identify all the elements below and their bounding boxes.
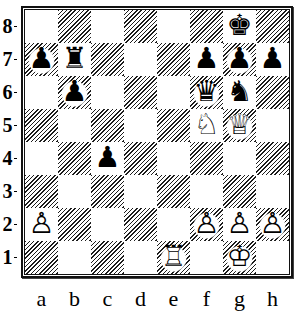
square-d7[interactable]	[124, 43, 157, 76]
piece-white-knight: ♘	[194, 109, 220, 141]
square-d1[interactable]	[124, 241, 157, 274]
square-f3[interactable]	[190, 175, 223, 208]
square-e1[interactable]: ♖	[157, 241, 190, 274]
piece-black-pawn: ♟	[260, 43, 286, 75]
square-c3[interactable]	[91, 175, 124, 208]
square-f5[interactable]: ♘	[190, 109, 223, 142]
rank-label-8: 8	[0, 10, 19, 43]
rank-labels: 87654321	[0, 10, 19, 274]
piece-black-pawn: ♟	[29, 43, 55, 75]
file-label-h: h	[256, 286, 289, 312]
square-e8[interactable]	[157, 10, 190, 43]
square-a4[interactable]	[25, 142, 58, 175]
square-b5[interactable]	[58, 109, 91, 142]
piece-black-pawn: ♟	[62, 76, 88, 108]
rank-label-5: 5	[0, 109, 19, 142]
square-e5[interactable]	[157, 109, 190, 142]
square-e4[interactable]	[157, 142, 190, 175]
square-a3[interactable]	[25, 175, 58, 208]
piece-white-pawn: ♙	[227, 208, 253, 240]
square-f6[interactable]: ♛	[190, 76, 223, 109]
square-c5[interactable]	[91, 109, 124, 142]
square-h1[interactable]	[256, 241, 289, 274]
file-label-g: g	[223, 286, 256, 312]
square-e2[interactable]	[157, 208, 190, 241]
square-g1[interactable]: ♔	[223, 241, 256, 274]
piece-white-king: ♔	[227, 241, 253, 273]
square-f4[interactable]	[190, 142, 223, 175]
rank-label-4: 4	[0, 142, 19, 175]
square-b6[interactable]: ♟	[58, 76, 91, 109]
square-b1[interactable]	[58, 241, 91, 274]
square-g7[interactable]: ♟	[223, 43, 256, 76]
file-label-d: d	[124, 286, 157, 312]
file-label-c: c	[91, 286, 124, 312]
square-c7[interactable]	[91, 43, 124, 76]
square-f7[interactable]: ♟	[190, 43, 223, 76]
square-d2[interactable]	[124, 208, 157, 241]
square-f8[interactable]	[190, 10, 223, 43]
square-d5[interactable]	[124, 109, 157, 142]
square-g5[interactable]: ♕	[223, 109, 256, 142]
square-a6[interactable]	[25, 76, 58, 109]
piece-black-queen: ♛	[194, 76, 220, 108]
piece-black-knight: ♞	[227, 76, 253, 108]
piece-black-rook: ♜	[62, 43, 88, 75]
chess-diagram: 87654321 ♚♟♜♟♟♟♟♛♞♘♕♟♙♙♙♙♖♔ abcdefgh	[0, 0, 305, 320]
square-g6[interactable]: ♞	[223, 76, 256, 109]
square-h2[interactable]: ♙	[256, 208, 289, 241]
square-a2[interactable]: ♙	[25, 208, 58, 241]
rank-label-1: 1	[0, 241, 19, 274]
chess-board-frame: ♚♟♜♟♟♟♟♛♞♘♕♟♙♙♙♙♖♔	[21, 6, 293, 278]
square-g3[interactable]	[223, 175, 256, 208]
square-f1[interactable]	[190, 241, 223, 274]
square-f2[interactable]: ♙	[190, 208, 223, 241]
square-h6[interactable]	[256, 76, 289, 109]
piece-white-pawn: ♙	[260, 208, 286, 240]
square-g2[interactable]: ♙	[223, 208, 256, 241]
square-b3[interactable]	[58, 175, 91, 208]
file-label-a: a	[25, 286, 58, 312]
square-c6[interactable]	[91, 76, 124, 109]
square-e6[interactable]	[157, 76, 190, 109]
square-b2[interactable]	[58, 208, 91, 241]
square-b4[interactable]	[58, 142, 91, 175]
file-labels: abcdefgh	[25, 286, 289, 312]
square-g4[interactable]	[223, 142, 256, 175]
square-g8[interactable]: ♚	[223, 10, 256, 43]
square-a8[interactable]	[25, 10, 58, 43]
square-c8[interactable]	[91, 10, 124, 43]
square-e3[interactable]	[157, 175, 190, 208]
square-h7[interactable]: ♟	[256, 43, 289, 76]
rank-label-6: 6	[0, 76, 19, 109]
piece-black-pawn: ♟	[194, 43, 220, 75]
square-d8[interactable]	[124, 10, 157, 43]
file-label-f: f	[190, 286, 223, 312]
chess-board: ♚♟♜♟♟♟♟♛♞♘♕♟♙♙♙♙♖♔	[24, 9, 290, 275]
piece-white-queen: ♕	[227, 109, 253, 141]
square-a1[interactable]	[25, 241, 58, 274]
piece-black-pawn: ♟	[227, 43, 253, 75]
piece-white-pawn: ♙	[29, 208, 55, 240]
rank-label-7: 7	[0, 43, 19, 76]
file-label-b: b	[58, 286, 91, 312]
square-a7[interactable]: ♟	[25, 43, 58, 76]
square-h3[interactable]	[256, 175, 289, 208]
piece-white-rook: ♖	[161, 241, 187, 273]
square-b8[interactable]	[58, 10, 91, 43]
square-b7[interactable]: ♜	[58, 43, 91, 76]
square-d4[interactable]	[124, 142, 157, 175]
file-label-e: e	[157, 286, 190, 312]
square-c1[interactable]	[91, 241, 124, 274]
square-c4[interactable]: ♟	[91, 142, 124, 175]
piece-black-king: ♚	[227, 10, 253, 42]
piece-white-pawn: ♙	[194, 208, 220, 240]
square-d6[interactable]	[124, 76, 157, 109]
piece-black-pawn: ♟	[95, 142, 121, 174]
rank-label-2: 2	[0, 208, 19, 241]
square-d3[interactable]	[124, 175, 157, 208]
rank-label-3: 3	[0, 175, 19, 208]
square-h5[interactable]	[256, 109, 289, 142]
square-h4[interactable]	[256, 142, 289, 175]
square-a5[interactable]	[25, 109, 58, 142]
square-h8[interactable]	[256, 10, 289, 43]
square-e7[interactable]	[157, 43, 190, 76]
square-c2[interactable]	[91, 208, 124, 241]
